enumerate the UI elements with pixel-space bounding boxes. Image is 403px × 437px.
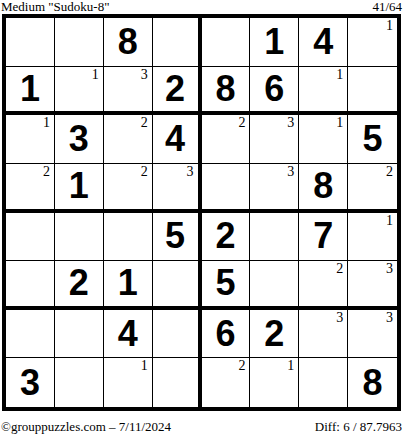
pencil-mark: 2 — [336, 261, 343, 277]
cell-value: 5 — [165, 218, 185, 254]
pencil-mark: 2 — [141, 115, 148, 131]
cell-value: 5 — [363, 121, 383, 157]
sudoku-board: 8141113286113242315212338252712152346233… — [2, 14, 401, 411]
cell-r7c1[interactable] — [6, 310, 55, 359]
cell-value: 8 — [363, 365, 383, 401]
cell-r1c8[interactable]: 1 — [348, 18, 397, 67]
pencil-mark: 2 — [386, 164, 393, 180]
cell-r3c1[interactable]: 1 — [6, 115, 55, 164]
cell-r1c1[interactable] — [6, 18, 55, 67]
cell-r4c2[interactable]: 1 — [55, 164, 104, 213]
cell-r4c6[interactable]: 3 — [250, 164, 299, 213]
header: Medium "Sudoku-8" 41/64 — [0, 0, 403, 14]
cell-r5c7[interactable]: 7 — [299, 213, 348, 262]
cell-r3c4[interactable]: 4 — [153, 115, 202, 164]
cell-r6c3[interactable]: 1 — [104, 261, 153, 310]
cell-r6c6[interactable] — [250, 261, 299, 310]
cell-value: 1 — [118, 265, 138, 301]
pencil-mark: 1 — [43, 115, 50, 131]
cell-r7c2[interactable] — [55, 310, 104, 359]
cell-r8c5[interactable]: 2 — [202, 358, 251, 407]
cell-value: 1 — [69, 168, 89, 204]
cell-r2c6[interactable]: 6 — [250, 67, 299, 116]
cell-r7c6[interactable]: 2 — [250, 310, 299, 359]
cell-value: 1 — [20, 71, 40, 107]
cell-r3c7[interactable]: 1 — [299, 115, 348, 164]
cell-value: 3 — [20, 365, 40, 401]
cell-r8c1[interactable]: 3 — [6, 358, 55, 407]
pencil-mark: 3 — [287, 115, 294, 131]
cell-r8c6[interactable]: 1 — [250, 358, 299, 407]
cell-r8c2[interactable] — [55, 358, 104, 407]
cell-r6c8[interactable]: 3 — [348, 261, 397, 310]
cell-r4c7[interactable]: 8 — [299, 164, 348, 213]
cell-r2c2[interactable]: 1 — [55, 67, 104, 116]
cell-r2c8[interactable] — [348, 67, 397, 116]
pencil-mark: 1 — [386, 213, 393, 229]
cell-r2c7[interactable]: 1 — [299, 67, 348, 116]
cell-r4c5[interactable] — [202, 164, 251, 213]
cell-value: 2 — [264, 316, 284, 352]
pencil-mark: 3 — [187, 164, 194, 180]
cell-r6c2[interactable]: 2 — [55, 261, 104, 310]
cell-value: 8 — [313, 168, 333, 204]
cell-r1c7[interactable]: 4 — [299, 18, 348, 67]
cell-value: 4 — [118, 316, 138, 352]
cell-r6c5[interactable]: 5 — [202, 261, 251, 310]
cell-r5c5[interactable]: 2 — [202, 213, 251, 262]
cell-r6c7[interactable]: 2 — [299, 261, 348, 310]
cell-r2c4[interactable]: 2 — [153, 67, 202, 116]
cell-r5c6[interactable] — [250, 213, 299, 262]
cell-r8c4[interactable] — [153, 358, 202, 407]
cell-r4c3[interactable]: 2 — [104, 164, 153, 213]
cell-r7c4[interactable] — [153, 310, 202, 359]
cell-r1c2[interactable] — [55, 18, 104, 67]
cell-r1c4[interactable] — [153, 18, 202, 67]
cell-r4c4[interactable]: 3 — [153, 164, 202, 213]
puzzle-counter: 41/64 — [372, 0, 402, 14]
cell-r7c8[interactable]: 3 — [348, 310, 397, 359]
cell-value: 3 — [69, 121, 89, 157]
cell-r1c5[interactable] — [202, 18, 251, 67]
footer: ©grouppuzzles.com – 7/11/2024 Diff: 6 / … — [0, 420, 403, 434]
pencil-mark: 3 — [336, 310, 343, 326]
cell-value: 4 — [165, 121, 185, 157]
pencil-mark: 2 — [238, 115, 245, 131]
cell-value: 1 — [264, 24, 284, 60]
cell-value: 8 — [118, 24, 138, 60]
cell-r7c7[interactable]: 3 — [299, 310, 348, 359]
cell-value: 2 — [165, 71, 185, 107]
cell-r1c3[interactable]: 8 — [104, 18, 153, 67]
cell-r5c4[interactable]: 5 — [153, 213, 202, 262]
cell-r3c5[interactable]: 2 — [202, 115, 251, 164]
cell-r7c3[interactable]: 4 — [104, 310, 153, 359]
cell-value: 6 — [264, 71, 284, 107]
pencil-mark: 2 — [141, 164, 148, 180]
pencil-mark: 2 — [43, 164, 50, 180]
cell-r8c8[interactable]: 8 — [348, 358, 397, 407]
cell-value: 2 — [215, 218, 235, 254]
cell-r7c5[interactable]: 6 — [202, 310, 251, 359]
puzzle-title: Medium "Sudoku-8" — [1, 0, 109, 14]
cell-r6c4[interactable] — [153, 261, 202, 310]
cell-r5c1[interactable] — [6, 213, 55, 262]
pencil-mark: 1 — [92, 67, 99, 83]
cell-r6c1[interactable] — [6, 261, 55, 310]
pencil-mark: 1 — [336, 115, 343, 131]
pencil-mark: 1 — [386, 18, 393, 34]
pencil-mark: 3 — [386, 310, 393, 326]
cell-r4c8[interactable]: 2 — [348, 164, 397, 213]
cell-r3c8[interactable]: 5 — [348, 115, 397, 164]
cell-r2c1[interactable]: 1 — [6, 67, 55, 116]
cell-r5c8[interactable]: 1 — [348, 213, 397, 262]
pencil-mark: 2 — [238, 358, 245, 374]
cell-value: 4 — [313, 24, 333, 60]
cell-value: 7 — [313, 218, 333, 254]
pencil-mark: 3 — [287, 164, 294, 180]
puzzle-page: Medium "Sudoku-8" 41/64 8141113286113242… — [0, 0, 403, 437]
cell-value: 2 — [69, 265, 89, 301]
cell-r3c6[interactable]: 3 — [250, 115, 299, 164]
pencil-mark: 3 — [386, 261, 393, 277]
cell-r8c3[interactable]: 1 — [104, 358, 153, 407]
cell-r5c2[interactable] — [55, 213, 104, 262]
pencil-mark: 1 — [287, 358, 294, 374]
pencil-mark: 1 — [336, 67, 343, 83]
cell-r4c1[interactable]: 2 — [6, 164, 55, 213]
cell-r2c3[interactable]: 3 — [104, 67, 153, 116]
cell-value: 8 — [215, 71, 235, 107]
cell-r2c5[interactable]: 8 — [202, 67, 251, 116]
copyright-text: ©grouppuzzles.com – 7/11/2024 — [1, 420, 171, 434]
cell-r8c7[interactable] — [299, 358, 348, 407]
cell-value: 6 — [215, 316, 235, 352]
cell-r3c3[interactable]: 2 — [104, 115, 153, 164]
difficulty-text: Diff: 6 / 87.7963 — [315, 420, 402, 434]
cell-r3c2[interactable]: 3 — [55, 115, 104, 164]
cell-r1c6[interactable]: 1 — [250, 18, 299, 67]
cell-value: 5 — [215, 265, 235, 301]
pencil-mark: 1 — [141, 358, 148, 374]
cell-r5c3[interactable] — [104, 213, 153, 262]
pencil-mark: 3 — [141, 67, 148, 83]
